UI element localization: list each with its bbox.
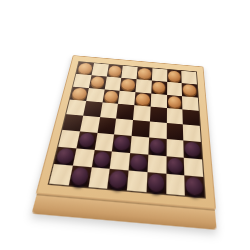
square-r8c5[interactable] xyxy=(127,171,147,192)
light-piece-r3c3[interactable] xyxy=(103,90,119,103)
light-piece-r1c5[interactable] xyxy=(138,68,152,80)
dark-piece-r8c2[interactable] xyxy=(70,167,90,186)
square-r6c6[interactable] xyxy=(148,137,166,156)
dark-piece-r7c5[interactable] xyxy=(130,154,147,171)
square-r4c6[interactable] xyxy=(150,107,167,123)
square-r5c5[interactable] xyxy=(132,120,150,137)
light-piece-r2c8[interactable] xyxy=(183,84,197,97)
light-piece-r1c1[interactable] xyxy=(77,63,92,75)
dark-piece-r6c2[interactable] xyxy=(78,132,96,148)
light-piece-r1c7[interactable] xyxy=(168,70,181,82)
square-r6c4[interactable] xyxy=(112,134,131,152)
square-r8c3[interactable] xyxy=(88,167,110,188)
square-r3c6[interactable] xyxy=(150,93,166,108)
photo-canvas xyxy=(0,0,250,250)
light-piece-r3c1[interactable] xyxy=(71,87,88,100)
square-r6c8[interactable] xyxy=(184,140,202,159)
square-r8c8[interactable] xyxy=(185,176,205,198)
light-piece-r3c5[interactable] xyxy=(135,93,150,106)
light-piece-r2c4[interactable] xyxy=(121,78,136,90)
square-r6c3[interactable] xyxy=(94,133,114,151)
square-r4c4[interactable] xyxy=(116,104,134,120)
square-r7c6[interactable] xyxy=(147,154,166,174)
square-r7c3[interactable] xyxy=(91,149,112,169)
dark-piece-r8c4[interactable] xyxy=(109,170,128,189)
square-r3c8[interactable] xyxy=(182,96,199,111)
square-r7c8[interactable] xyxy=(184,157,203,177)
square-r3c4[interactable] xyxy=(118,90,135,105)
square-r8c6[interactable] xyxy=(146,172,166,193)
dark-piece-r6c6[interactable] xyxy=(149,138,165,154)
light-piece-r3c7[interactable] xyxy=(167,95,181,108)
square-r3c3[interactable] xyxy=(102,89,120,104)
square-r5c8[interactable] xyxy=(183,124,201,141)
dark-piece-r7c7[interactable] xyxy=(167,157,183,175)
square-r5c3[interactable] xyxy=(97,117,116,134)
square-r7c7[interactable] xyxy=(166,156,185,176)
dark-piece-r7c1[interactable] xyxy=(55,147,75,164)
square-r4c7[interactable] xyxy=(166,108,183,124)
square-r5c6[interactable] xyxy=(149,121,166,138)
dark-piece-r8c8[interactable] xyxy=(186,177,204,196)
square-r8c7[interactable] xyxy=(166,174,185,196)
playing-area xyxy=(48,61,206,198)
dark-piece-r8c6[interactable] xyxy=(147,174,164,193)
checkers-board xyxy=(36,55,216,209)
square-r7c5[interactable] xyxy=(129,153,149,173)
square-r7c4[interactable] xyxy=(110,151,130,171)
square-r8c4[interactable] xyxy=(107,169,128,190)
square-r6c5[interactable] xyxy=(130,136,149,154)
square-r5c4[interactable] xyxy=(114,119,133,136)
dark-piece-r6c4[interactable] xyxy=(113,135,130,151)
square-r4c5[interactable] xyxy=(133,105,150,121)
light-piece-r1c3[interactable] xyxy=(107,65,122,77)
dark-piece-r7c3[interactable] xyxy=(93,151,111,168)
light-piece-r2c6[interactable] xyxy=(152,81,166,93)
dark-piece-r6c8[interactable] xyxy=(185,141,201,157)
square-r6c7[interactable] xyxy=(166,139,184,158)
square-r4c8[interactable] xyxy=(183,110,200,126)
board-front-edge xyxy=(32,194,217,230)
light-piece-r2c2[interactable] xyxy=(90,76,106,88)
square-r5c7[interactable] xyxy=(166,123,183,140)
square-r3c5[interactable] xyxy=(134,92,151,107)
square-r4c3[interactable] xyxy=(100,103,119,119)
square-r3c7[interactable] xyxy=(167,94,183,109)
